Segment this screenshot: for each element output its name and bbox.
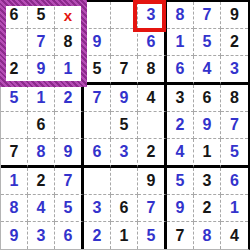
cell-r4c8[interactable]: 6 <box>194 85 221 112</box>
cell-r9c7[interactable]: 7 <box>167 222 194 249</box>
cell-r9c2[interactable]: 3 <box>28 222 55 249</box>
cell-r6c7[interactable]: 4 <box>167 139 194 168</box>
cell-r5c1[interactable] <box>1 112 28 139</box>
cell-r9c5[interactable]: 1 <box>111 222 138 249</box>
cell-r1c4[interactable] <box>84 2 111 29</box>
cell-r5c8[interactable]: 9 <box>194 112 221 139</box>
cell-r7c1[interactable]: 1 <box>1 168 28 195</box>
cell-r6c3[interactable]: 9 <box>55 139 84 168</box>
cell-r9c8[interactable]: 8 <box>194 222 221 249</box>
cell-r4c6[interactable]: 4 <box>138 85 167 112</box>
cell-r5c9[interactable]: 7 <box>221 112 248 139</box>
cell-r5c7[interactable]: 2 <box>167 112 194 139</box>
cell-r5c2[interactable]: 6 <box>28 112 55 139</box>
cell-r7c4[interactable] <box>84 168 111 195</box>
cell-r3c2[interactable]: 9 <box>28 56 55 85</box>
cell-r1c3[interactable]: x <box>55 2 84 29</box>
cell-r5c5[interactable]: 5 <box>111 112 138 139</box>
cell-r2c9[interactable]: 2 <box>221 29 248 56</box>
cell-r4c3[interactable]: 2 <box>55 85 84 112</box>
sudoku-grid: 65x3879789615229157864351279436865297789… <box>1 2 248 249</box>
cell-r3c7[interactable]: 6 <box>167 56 194 85</box>
cell-r6c9[interactable]: 5 <box>221 139 248 168</box>
cell-r4c1[interactable]: 5 <box>1 85 28 112</box>
cell-r8c4[interactable]: 3 <box>84 195 111 222</box>
cell-r9c4[interactable]: 2 <box>84 222 111 249</box>
cell-r4c7[interactable]: 3 <box>167 85 194 112</box>
cell-r1c6[interactable]: 3 <box>138 2 167 29</box>
cell-r4c2[interactable]: 1 <box>28 85 55 112</box>
cell-r6c8[interactable]: 1 <box>194 139 221 168</box>
cell-r3c5[interactable]: 7 <box>111 56 138 85</box>
cell-r1c9[interactable]: 9 <box>221 2 248 29</box>
cell-r9c1[interactable]: 9 <box>1 222 28 249</box>
sudoku-board: 65x3879789615229157864351279436865297789… <box>0 0 250 250</box>
cell-r4c4[interactable]: 7 <box>84 85 111 112</box>
cell-r1c7[interactable]: 8 <box>167 2 194 29</box>
cell-r8c3[interactable]: 5 <box>55 195 84 222</box>
cell-r2c7[interactable]: 1 <box>167 29 194 56</box>
cell-r5c3[interactable] <box>55 112 84 139</box>
cell-r1c1[interactable]: 6 <box>1 2 28 29</box>
cell-r4c9[interactable]: 8 <box>221 85 248 112</box>
cell-r8c7[interactable]: 9 <box>167 195 194 222</box>
cell-r3c8[interactable]: 4 <box>194 56 221 85</box>
cell-r6c5[interactable]: 3 <box>111 139 138 168</box>
cell-r7c7[interactable]: 5 <box>167 168 194 195</box>
cell-r1c5[interactable] <box>111 2 138 29</box>
cell-r6c2[interactable]: 8 <box>28 139 55 168</box>
cell-r8c1[interactable]: 8 <box>1 195 28 222</box>
cell-r2c4[interactable]: 9 <box>84 29 111 56</box>
cell-r7c3[interactable]: 7 <box>55 168 84 195</box>
cell-r8c5[interactable]: 6 <box>111 195 138 222</box>
cell-r4c5[interactable]: 9 <box>111 85 138 112</box>
cell-r6c1[interactable]: 7 <box>1 139 28 168</box>
cell-r7c9[interactable]: 6 <box>221 168 248 195</box>
cell-r6c4[interactable]: 6 <box>84 139 111 168</box>
cell-r2c2[interactable]: 7 <box>28 29 55 56</box>
cell-r8c6[interactable]: 7 <box>138 195 167 222</box>
cell-r3c4[interactable]: 5 <box>84 56 111 85</box>
cell-r7c6[interactable]: 9 <box>138 168 167 195</box>
cell-r8c2[interactable]: 4 <box>28 195 55 222</box>
cell-r5c4[interactable] <box>84 112 111 139</box>
cell-r2c6[interactable]: 6 <box>138 29 167 56</box>
cell-r6c6[interactable]: 2 <box>138 139 167 168</box>
cell-r9c3[interactable]: 6 <box>55 222 84 249</box>
cell-r3c6[interactable]: 8 <box>138 56 167 85</box>
cell-r1c2[interactable]: 5 <box>28 2 55 29</box>
cell-r2c1[interactable] <box>1 29 28 56</box>
cell-r7c8[interactable]: 3 <box>194 168 221 195</box>
cell-r3c3[interactable]: 1 <box>55 56 84 85</box>
cell-r5c6[interactable] <box>138 112 167 139</box>
cell-r7c5[interactable] <box>111 168 138 195</box>
cell-r9c9[interactable]: 4 <box>221 222 248 249</box>
cell-r2c3[interactable]: 8 <box>55 29 84 56</box>
cell-r8c8[interactable]: 2 <box>194 195 221 222</box>
cell-r8c9[interactable]: 1 <box>221 195 248 222</box>
cell-r2c8[interactable]: 5 <box>194 29 221 56</box>
cell-r7c2[interactable]: 2 <box>28 168 55 195</box>
cell-r3c1[interactable]: 2 <box>1 56 28 85</box>
cell-r2c5[interactable] <box>111 29 138 56</box>
cell-r1c8[interactable]: 7 <box>194 2 221 29</box>
cell-r9c6[interactable]: 5 <box>138 222 167 249</box>
cell-r3c9[interactable]: 3 <box>221 56 248 85</box>
